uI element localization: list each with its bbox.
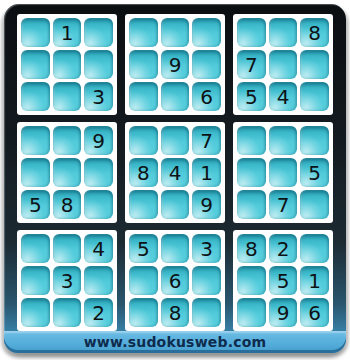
cell-r8c5[interactable]: 6 bbox=[161, 266, 190, 295]
given-digit: 7 bbox=[200, 131, 213, 151]
cell-r7c5[interactable] bbox=[161, 234, 190, 263]
given-digit: 8 bbox=[245, 239, 258, 259]
cell-r8c2[interactable]: 3 bbox=[53, 266, 82, 295]
cell-r1c5[interactable] bbox=[161, 18, 190, 47]
box-3-3: 825196 bbox=[233, 230, 333, 331]
given-digit: 1 bbox=[200, 163, 213, 183]
cell-r8c8[interactable]: 5 bbox=[269, 266, 298, 295]
given-digit: 9 bbox=[169, 55, 182, 75]
cell-r5c9[interactable]: 5 bbox=[300, 158, 329, 187]
cell-r9c5[interactable]: 8 bbox=[161, 298, 190, 327]
given-digit: 6 bbox=[200, 87, 213, 107]
cell-r5c4[interactable]: 8 bbox=[129, 158, 158, 187]
cell-r6c6[interactable]: 9 bbox=[192, 190, 221, 219]
cell-r9c2[interactable] bbox=[53, 298, 82, 327]
given-digit: 9 bbox=[277, 303, 290, 323]
cell-r5c3[interactable] bbox=[84, 158, 113, 187]
given-digit: 3 bbox=[92, 87, 105, 107]
cell-r9c8[interactable]: 9 bbox=[269, 298, 298, 327]
cell-r3c4[interactable] bbox=[129, 82, 158, 111]
given-digit: 5 bbox=[308, 163, 321, 183]
cell-r3c7[interactable]: 5 bbox=[237, 82, 266, 111]
given-digit: 2 bbox=[92, 303, 105, 323]
cell-r6c3[interactable] bbox=[84, 190, 113, 219]
given-digit: 8 bbox=[137, 163, 150, 183]
sudoku-board: 1396875495878419574325368825196 bbox=[4, 4, 346, 331]
given-digit: 4 bbox=[277, 87, 290, 107]
box-2-2: 78419 bbox=[125, 122, 225, 223]
cell-r7c1[interactable] bbox=[21, 234, 50, 263]
cell-r4c8[interactable] bbox=[269, 126, 298, 155]
given-digit: 5 bbox=[245, 87, 258, 107]
cell-r2c2[interactable] bbox=[53, 50, 82, 79]
cell-r1c7[interactable] bbox=[237, 18, 266, 47]
cell-r9c1[interactable] bbox=[21, 298, 50, 327]
board-frame: 1396875495878419574325368825196 www.sudo… bbox=[4, 4, 346, 353]
given-digit: 3 bbox=[200, 239, 213, 259]
given-digit: 5 bbox=[277, 271, 290, 291]
cell-r2c3[interactable] bbox=[84, 50, 113, 79]
cell-r3c6[interactable]: 6 bbox=[192, 82, 221, 111]
cell-r3c1[interactable] bbox=[21, 82, 50, 111]
given-digit: 6 bbox=[308, 303, 321, 323]
cell-r7c7[interactable]: 8 bbox=[237, 234, 266, 263]
cell-r2c5[interactable]: 9 bbox=[161, 50, 190, 79]
cell-r6c4[interactable] bbox=[129, 190, 158, 219]
cell-r4c9[interactable] bbox=[300, 126, 329, 155]
sudoku-page: 1396875495878419574325368825196 www.sudo… bbox=[0, 0, 350, 360]
given-digit: 5 bbox=[29, 195, 42, 215]
given-digit: 7 bbox=[277, 195, 290, 215]
cell-r7c9[interactable] bbox=[300, 234, 329, 263]
cell-r3c3[interactable]: 3 bbox=[84, 82, 113, 111]
cell-r5c7[interactable] bbox=[237, 158, 266, 187]
cell-r7c8[interactable]: 2 bbox=[269, 234, 298, 263]
cell-r9c6[interactable] bbox=[192, 298, 221, 327]
cell-r1c3[interactable] bbox=[84, 18, 113, 47]
site-url-link[interactable]: www.sudokusweb.com bbox=[4, 331, 346, 353]
box-2-3: 57 bbox=[233, 122, 333, 223]
cell-r6c7[interactable] bbox=[237, 190, 266, 219]
cell-r2c8[interactable] bbox=[269, 50, 298, 79]
cell-r3c8[interactable]: 4 bbox=[269, 82, 298, 111]
cell-r2c7[interactable]: 7 bbox=[237, 50, 266, 79]
cell-r6c2[interactable]: 8 bbox=[53, 190, 82, 219]
given-digit: 4 bbox=[92, 239, 105, 259]
cell-r5c5[interactable]: 4 bbox=[161, 158, 190, 187]
cell-r5c8[interactable] bbox=[269, 158, 298, 187]
cell-r4c5[interactable] bbox=[161, 126, 190, 155]
cell-r1c8[interactable] bbox=[269, 18, 298, 47]
cell-r8c3[interactable] bbox=[84, 266, 113, 295]
given-digit: 9 bbox=[200, 195, 213, 215]
cell-r6c1[interactable]: 5 bbox=[21, 190, 50, 219]
cell-r9c9[interactable]: 6 bbox=[300, 298, 329, 327]
cell-r4c4[interactable] bbox=[129, 126, 158, 155]
cell-r8c1[interactable] bbox=[21, 266, 50, 295]
cell-r2c4[interactable] bbox=[129, 50, 158, 79]
cell-r4c3[interactable]: 9 bbox=[84, 126, 113, 155]
given-digit: 8 bbox=[169, 303, 182, 323]
box-1-2: 96 bbox=[125, 14, 225, 115]
cell-r8c6[interactable] bbox=[192, 266, 221, 295]
cell-r4c7[interactable] bbox=[237, 126, 266, 155]
cell-r1c6[interactable] bbox=[192, 18, 221, 47]
cell-r4c2[interactable] bbox=[53, 126, 82, 155]
cell-r7c3[interactable]: 4 bbox=[84, 234, 113, 263]
cell-r6c9[interactable] bbox=[300, 190, 329, 219]
cell-r4c6[interactable]: 7 bbox=[192, 126, 221, 155]
given-digit: 2 bbox=[277, 239, 290, 259]
cell-r1c1[interactable] bbox=[21, 18, 50, 47]
cell-r2c6[interactable] bbox=[192, 50, 221, 79]
cell-r1c4[interactable] bbox=[129, 18, 158, 47]
given-digit: 5 bbox=[137, 239, 150, 259]
cell-r8c4[interactable] bbox=[129, 266, 158, 295]
cell-r3c2[interactable] bbox=[53, 82, 82, 111]
cell-r6c8[interactable]: 7 bbox=[269, 190, 298, 219]
cell-r9c7[interactable] bbox=[237, 298, 266, 327]
box-1-1: 13 bbox=[17, 14, 117, 115]
given-digit: 1 bbox=[308, 271, 321, 291]
cell-r7c2[interactable] bbox=[53, 234, 82, 263]
box-2-1: 958 bbox=[17, 122, 117, 223]
given-digit: 3 bbox=[61, 271, 74, 291]
cell-r1c9[interactable]: 8 bbox=[300, 18, 329, 47]
given-digit: 6 bbox=[169, 271, 182, 291]
cell-r2c9[interactable] bbox=[300, 50, 329, 79]
cell-r7c6[interactable]: 3 bbox=[192, 234, 221, 263]
given-digit: 4 bbox=[169, 163, 182, 183]
given-digit: 7 bbox=[245, 55, 258, 75]
given-digit: 8 bbox=[61, 195, 74, 215]
cell-r8c7[interactable] bbox=[237, 266, 266, 295]
cell-r7c4[interactable]: 5 bbox=[129, 234, 158, 263]
given-digit: 9 bbox=[92, 131, 105, 151]
given-digit: 8 bbox=[308, 23, 321, 43]
cell-r4c1[interactable] bbox=[21, 126, 50, 155]
cell-r1c2[interactable]: 1 bbox=[53, 18, 82, 47]
cell-r5c6[interactable]: 1 bbox=[192, 158, 221, 187]
cell-r3c9[interactable] bbox=[300, 82, 329, 111]
given-digit: 1 bbox=[61, 23, 74, 43]
cell-r9c4[interactable] bbox=[129, 298, 158, 327]
cell-r5c1[interactable] bbox=[21, 158, 50, 187]
cell-r5c2[interactable] bbox=[53, 158, 82, 187]
box-3-1: 432 bbox=[17, 230, 117, 331]
cell-r8c9[interactable]: 1 bbox=[300, 266, 329, 295]
cell-r9c3[interactable]: 2 bbox=[84, 298, 113, 327]
cell-r6c5[interactable] bbox=[161, 190, 190, 219]
cell-r3c5[interactable] bbox=[161, 82, 190, 111]
box-3-2: 5368 bbox=[125, 230, 225, 331]
box-1-3: 8754 bbox=[233, 14, 333, 115]
cell-r2c1[interactable] bbox=[21, 50, 50, 79]
